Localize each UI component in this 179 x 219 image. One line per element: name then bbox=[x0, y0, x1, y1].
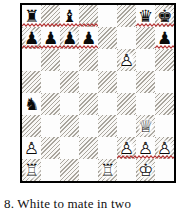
square-d6 bbox=[79, 49, 98, 71]
square-g1: ♔ bbox=[136, 159, 155, 181]
piece-white-pawn: ♙ bbox=[118, 139, 136, 158]
square-c4 bbox=[60, 93, 79, 115]
piece-white-pawn: ♙ bbox=[137, 139, 155, 158]
piece-black-knight: ♞ bbox=[23, 95, 41, 114]
square-e8 bbox=[98, 5, 117, 27]
square-d5 bbox=[79, 71, 98, 93]
piece-black-pawn: ♟ bbox=[156, 29, 174, 48]
puzzle-caption: 8. White to mate in two bbox=[4, 196, 176, 212]
square-a1: ♖ bbox=[22, 159, 41, 181]
square-c7: ♟ bbox=[60, 27, 79, 49]
square-a5 bbox=[22, 71, 41, 93]
piece-black-pawn: ♟ bbox=[23, 29, 41, 48]
square-f7 bbox=[117, 27, 136, 49]
square-h8: ♚ bbox=[155, 5, 174, 27]
square-g2: ♙ bbox=[136, 137, 155, 159]
piece-black-pawn: ♟ bbox=[42, 29, 60, 48]
square-c8: ♝ bbox=[60, 5, 79, 27]
square-g7 bbox=[136, 27, 155, 49]
square-f3 bbox=[117, 115, 136, 137]
piece-white-queen: ♕ bbox=[137, 117, 155, 136]
square-b1 bbox=[41, 159, 60, 181]
square-g8: ♛ bbox=[136, 5, 155, 27]
square-d2 bbox=[79, 137, 98, 159]
piece-black-pawn: ♟ bbox=[80, 29, 98, 48]
square-b4 bbox=[41, 93, 60, 115]
square-c2 bbox=[60, 137, 79, 159]
puzzle-page: ♜♝♛♚♟♟♟♟♟♙♞♕♙♙♙♙♖♖♔ 8. White to mate in … bbox=[0, 0, 179, 219]
piece-white-pawn: ♙ bbox=[118, 51, 136, 70]
square-e6 bbox=[98, 49, 117, 71]
square-h6 bbox=[155, 49, 174, 71]
square-c6 bbox=[60, 49, 79, 71]
square-g6 bbox=[136, 49, 155, 71]
square-d8 bbox=[79, 5, 98, 27]
square-e3 bbox=[98, 115, 117, 137]
square-d4 bbox=[79, 93, 98, 115]
piece-black-bishop: ♝ bbox=[61, 7, 79, 26]
chess-board: ♜♝♛♚♟♟♟♟♟♙♞♕♙♙♙♙♖♖♔ bbox=[20, 3, 176, 183]
square-d3 bbox=[79, 115, 98, 137]
square-f1 bbox=[117, 159, 136, 181]
square-e1: ♖ bbox=[98, 159, 117, 181]
piece-white-pawn: ♙ bbox=[156, 139, 174, 158]
square-c3 bbox=[60, 115, 79, 137]
square-c1 bbox=[60, 159, 79, 181]
square-a8: ♜ bbox=[22, 5, 41, 27]
square-h3 bbox=[155, 115, 174, 137]
square-b6 bbox=[41, 49, 60, 71]
square-a7: ♟ bbox=[22, 27, 41, 49]
square-e4 bbox=[98, 93, 117, 115]
square-a4: ♞ bbox=[22, 93, 41, 115]
square-h1 bbox=[155, 159, 174, 181]
square-h7: ♟ bbox=[155, 27, 174, 49]
square-a2: ♙ bbox=[22, 137, 41, 159]
square-d7: ♟ bbox=[79, 27, 98, 49]
piece-black-pawn: ♟ bbox=[61, 29, 79, 48]
square-a3 bbox=[22, 115, 41, 137]
square-e2 bbox=[98, 137, 117, 159]
piece-white-rook: ♖ bbox=[23, 161, 41, 180]
square-a6 bbox=[22, 49, 41, 71]
square-b7: ♟ bbox=[41, 27, 60, 49]
piece-white-pawn: ♙ bbox=[23, 139, 41, 158]
square-g5 bbox=[136, 71, 155, 93]
square-g3: ♕ bbox=[136, 115, 155, 137]
square-b3 bbox=[41, 115, 60, 137]
square-f5 bbox=[117, 71, 136, 93]
square-d1 bbox=[79, 159, 98, 181]
square-b8 bbox=[41, 5, 60, 27]
piece-white-king: ♔ bbox=[137, 161, 155, 180]
square-h2: ♙ bbox=[155, 137, 174, 159]
square-f6: ♙ bbox=[117, 49, 136, 71]
square-g4 bbox=[136, 93, 155, 115]
piece-white-rook: ♖ bbox=[99, 161, 117, 180]
square-e7 bbox=[98, 27, 117, 49]
square-f4 bbox=[117, 93, 136, 115]
square-c5 bbox=[60, 71, 79, 93]
square-e5 bbox=[98, 71, 117, 93]
piece-black-king: ♚ bbox=[156, 7, 174, 26]
square-f2: ♙ bbox=[117, 137, 136, 159]
square-h4 bbox=[155, 93, 174, 115]
square-h5 bbox=[155, 71, 174, 93]
square-b5 bbox=[41, 71, 60, 93]
square-f8 bbox=[117, 5, 136, 27]
piece-black-queen: ♛ bbox=[137, 7, 155, 26]
piece-black-rook: ♜ bbox=[23, 7, 41, 26]
square-b2 bbox=[41, 137, 60, 159]
